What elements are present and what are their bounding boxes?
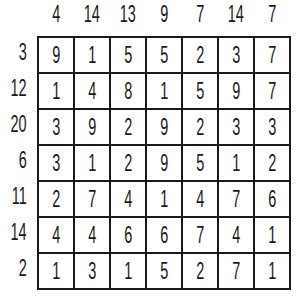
cell-r7c1[interactable]: 1 <box>39 254 75 288</box>
cell-value: 4 <box>124 188 132 211</box>
cell-r3c2[interactable]: 9 <box>75 110 111 146</box>
row-target-value: 11 <box>12 185 27 208</box>
cell-value: 3 <box>88 260 96 283</box>
cell-value: 7 <box>232 188 240 211</box>
cell-value: 9 <box>52 44 60 67</box>
col-target-4: 9 <box>147 0 181 34</box>
cell-value: 3 <box>232 44 240 67</box>
cell-value: 9 <box>88 116 96 139</box>
cell-value: 4 <box>88 224 96 247</box>
cell-value: 2 <box>196 260 204 283</box>
cell-value: 4 <box>232 224 240 247</box>
cell-value: 1 <box>88 152 96 175</box>
cell-r5c5[interactable]: 4 <box>183 182 219 218</box>
cell-r1c6[interactable]: 3 <box>219 38 255 74</box>
cell-r3c4[interactable]: 9 <box>147 110 183 146</box>
cell-value: 8 <box>124 80 132 103</box>
cell-value: 1 <box>160 188 168 211</box>
cell-r3c1[interactable]: 3 <box>39 110 75 146</box>
cell-r6c1[interactable]: 4 <box>39 218 75 254</box>
cell-r7c7[interactable]: 1 <box>255 254 289 288</box>
cell-value: 1 <box>52 260 60 283</box>
row-target-value: 12 <box>11 77 27 100</box>
cell-value: 1 <box>52 80 60 103</box>
col-target-value: 7 <box>196 3 204 26</box>
row-target-2: 12 <box>0 74 27 108</box>
row-target-value: 6 <box>19 149 27 172</box>
cell-r5c2[interactable]: 7 <box>75 182 111 218</box>
cell-r1c7[interactable]: 7 <box>255 38 289 74</box>
cell-value: 2 <box>124 152 132 175</box>
cell-r1c3[interactable]: 5 <box>111 38 147 74</box>
cell-r1c2[interactable]: 1 <box>75 38 111 74</box>
col-target-6: 14 <box>219 0 253 34</box>
cell-value: 2 <box>196 116 204 139</box>
row-target-1: 3 <box>0 38 27 72</box>
cell-r7c3[interactable]: 1 <box>111 254 147 288</box>
col-target-value: 14 <box>228 3 244 26</box>
cell-value: 1 <box>268 260 276 283</box>
cell-value: 6 <box>160 224 168 247</box>
cell-value: 6 <box>268 188 276 211</box>
cell-value: 1 <box>88 44 96 67</box>
cell-r5c7[interactable]: 6 <box>255 182 289 218</box>
cell-r2c5[interactable]: 5 <box>183 74 219 110</box>
cell-r1c1[interactable]: 9 <box>39 38 75 74</box>
cell-r6c6[interactable]: 4 <box>219 218 255 254</box>
cell-r5c6[interactable]: 7 <box>219 182 255 218</box>
cell-r5c3[interactable]: 4 <box>111 182 147 218</box>
cell-value: 5 <box>196 80 204 103</box>
row-target-6: 14 <box>0 218 27 252</box>
cell-value: 2 <box>124 116 132 139</box>
col-target-1: 4 <box>39 0 73 34</box>
cell-r3c7[interactable]: 3 <box>255 110 289 146</box>
row-target-value: 3 <box>19 41 27 64</box>
cell-r1c4[interactable]: 5 <box>147 38 183 74</box>
col-target-5: 7 <box>183 0 217 34</box>
row-target-value: 2 <box>19 257 27 280</box>
cell-r1c5[interactable]: 2 <box>183 38 219 74</box>
cell-r7c2[interactable]: 3 <box>75 254 111 288</box>
cell-r4c3[interactable]: 2 <box>111 146 147 182</box>
cell-r3c3[interactable]: 2 <box>111 110 147 146</box>
cell-r7c4[interactable]: 5 <box>147 254 183 288</box>
cell-value: 2 <box>268 152 276 175</box>
cell-r5c1[interactable]: 2 <box>39 182 75 218</box>
cell-value: 5 <box>124 44 132 67</box>
cell-value: 3 <box>52 116 60 139</box>
cell-r4c5[interactable]: 5 <box>183 146 219 182</box>
cell-r7c6[interactable]: 7 <box>219 254 255 288</box>
row-target-4: 6 <box>0 146 27 180</box>
cell-value: 1 <box>160 80 168 103</box>
col-target-value: 4 <box>52 3 60 26</box>
cell-r6c4[interactable]: 6 <box>147 218 183 254</box>
cell-value: 3 <box>268 116 276 139</box>
cell-value: 5 <box>196 152 204 175</box>
cell-value: 4 <box>88 80 96 103</box>
cell-r6c3[interactable]: 6 <box>111 218 147 254</box>
cell-r4c6[interactable]: 1 <box>219 146 255 182</box>
row-target-3: 20 <box>0 110 27 144</box>
cell-value: 7 <box>268 44 276 67</box>
cell-r6c2[interactable]: 4 <box>75 218 111 254</box>
col-target-value: 7 <box>268 3 276 26</box>
cell-r2c4[interactable]: 1 <box>147 74 183 110</box>
cell-value: 9 <box>160 152 168 175</box>
cell-value: 4 <box>196 188 204 211</box>
cell-r5c4[interactable]: 1 <box>147 182 183 218</box>
cell-value: 7 <box>196 224 204 247</box>
cell-r7c5[interactable]: 2 <box>183 254 219 288</box>
sumplete-puzzle-diagram: 4 14 13 9 7 14 7 3 12 20 6 11 14 2 9 1 5… <box>0 0 300 298</box>
cell-r4c4[interactable]: 9 <box>147 146 183 182</box>
cell-value: 5 <box>160 44 168 67</box>
cell-r2c6[interactable]: 9 <box>219 74 255 110</box>
row-target-5: 11 <box>0 182 27 216</box>
puzzle-board: 9 1 5 5 2 3 7 1 4 8 1 5 9 7 3 9 2 9 2 3 … <box>37 36 291 290</box>
cell-r2c1[interactable]: 1 <box>39 74 75 110</box>
cell-value: 4 <box>52 224 60 247</box>
cell-r6c7[interactable]: 1 <box>255 218 289 254</box>
col-target-value: 14 <box>84 3 100 26</box>
row-target-7: 2 <box>0 254 27 288</box>
cell-r2c2[interactable]: 4 <box>75 74 111 110</box>
cell-r2c3[interactable]: 8 <box>111 74 147 110</box>
cell-value: 2 <box>52 188 60 211</box>
cell-r3c6[interactable]: 3 <box>219 110 255 146</box>
cell-value: 3 <box>52 152 60 175</box>
col-target-value: 13 <box>120 3 136 26</box>
cell-value: 1 <box>232 152 240 175</box>
cell-r6c5[interactable]: 7 <box>183 218 219 254</box>
cell-value: 3 <box>232 116 240 139</box>
row-target-value: 20 <box>11 113 27 136</box>
col-target-2: 14 <box>75 0 109 34</box>
cell-value: 7 <box>88 188 96 211</box>
cell-r4c1[interactable]: 3 <box>39 146 75 182</box>
cell-value: 1 <box>124 260 132 283</box>
cell-value: 9 <box>160 116 168 139</box>
cell-r3c5[interactable]: 2 <box>183 110 219 146</box>
col-target-value: 9 <box>160 3 168 26</box>
cell-value: 7 <box>268 80 276 103</box>
col-target-7: 7 <box>255 0 289 34</box>
cell-value: 9 <box>232 80 240 103</box>
cell-value: 6 <box>124 224 132 247</box>
cell-r4c2[interactable]: 1 <box>75 146 111 182</box>
cell-value: 5 <box>160 260 168 283</box>
row-target-value: 14 <box>11 221 27 244</box>
cell-value: 1 <box>268 224 276 247</box>
cell-value: 7 <box>232 260 240 283</box>
col-target-3: 13 <box>111 0 145 34</box>
cell-r4c7[interactable]: 2 <box>255 146 289 182</box>
cell-value: 2 <box>196 44 204 67</box>
cell-r2c7[interactable]: 7 <box>255 74 289 110</box>
